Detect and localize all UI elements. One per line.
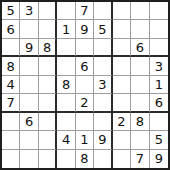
cell-r2c6[interactable]: 5: [94, 20, 112, 38]
cell-r4c3[interactable]: [39, 57, 57, 75]
cell-r8c4[interactable]: 4: [57, 131, 75, 149]
cell-r7c3[interactable]: [39, 113, 57, 131]
cell-r5c8[interactable]: [131, 76, 149, 94]
cell-r8c2[interactable]: [20, 131, 38, 149]
cell-r7c6[interactable]: [94, 113, 112, 131]
cell-r5c7[interactable]: [113, 76, 131, 94]
cell-r9c7[interactable]: [113, 150, 131, 168]
cell-r7c8[interactable]: 8: [131, 113, 149, 131]
cell-r8c3[interactable]: [39, 131, 57, 149]
cell-r6c7[interactable]: [113, 94, 131, 112]
cell-r1c6[interactable]: [94, 2, 112, 20]
cell-r2c8[interactable]: [131, 20, 149, 38]
cell-r5c3[interactable]: [39, 76, 57, 94]
cell-r3c5[interactable]: [76, 39, 94, 57]
cell-r6c2[interactable]: [20, 94, 38, 112]
cell-r6c8[interactable]: [131, 94, 149, 112]
cell-r4c5[interactable]: 6: [76, 57, 94, 75]
cell-r1c8[interactable]: [131, 2, 149, 20]
cell-r5c2[interactable]: [20, 76, 38, 94]
cell-r2c9[interactable]: [150, 20, 168, 38]
cell-r2c5[interactable]: 9: [76, 20, 94, 38]
cell-r6c6[interactable]: [94, 94, 112, 112]
cell-r8c6[interactable]: 9: [94, 131, 112, 149]
cell-r9c6[interactable]: [94, 150, 112, 168]
cell-r8c9[interactable]: 5: [150, 131, 168, 149]
cell-r1c9[interactable]: [150, 2, 168, 20]
cell-r9c4[interactable]: [57, 150, 75, 168]
cell-r2c7[interactable]: [113, 20, 131, 38]
cell-r5c9[interactable]: 1: [150, 76, 168, 94]
cell-r1c4[interactable]: [57, 2, 75, 20]
cell-r3c8[interactable]: 6: [131, 39, 149, 57]
cell-r9c5[interactable]: 8: [76, 150, 94, 168]
cell-r7c1[interactable]: [2, 113, 20, 131]
cell-r3c9[interactable]: [150, 39, 168, 57]
cell-r6c5[interactable]: 2: [76, 94, 94, 112]
cell-r4c4[interactable]: [57, 57, 75, 75]
cell-r9c3[interactable]: [39, 150, 57, 168]
cell-r4c8[interactable]: [131, 57, 149, 75]
cell-r9c1[interactable]: [2, 150, 20, 168]
cell-r5c4[interactable]: 8: [57, 76, 75, 94]
cell-r8c7[interactable]: [113, 131, 131, 149]
cell-r4c2[interactable]: [20, 57, 38, 75]
cell-r6c4[interactable]: [57, 94, 75, 112]
cell-r2c2[interactable]: [20, 20, 38, 38]
cell-r7c2[interactable]: 6: [20, 113, 38, 131]
cell-r4c6[interactable]: [94, 57, 112, 75]
cell-r7c4[interactable]: [57, 113, 75, 131]
cell-r1c5[interactable]: 7: [76, 2, 94, 20]
cell-r8c8[interactable]: [131, 131, 149, 149]
cell-r3c2[interactable]: 9: [20, 39, 38, 57]
cell-r1c1[interactable]: 5: [2, 2, 20, 20]
cell-r4c9[interactable]: 3: [150, 57, 168, 75]
cell-r1c2[interactable]: 3: [20, 2, 38, 20]
cell-r8c5[interactable]: 1: [76, 131, 94, 149]
cell-r2c1[interactable]: 6: [2, 20, 20, 38]
cell-r4c1[interactable]: 8: [2, 57, 20, 75]
cell-r6c9[interactable]: 6: [150, 94, 168, 112]
cell-r5c5[interactable]: [76, 76, 94, 94]
cell-r1c7[interactable]: [113, 2, 131, 20]
cell-r5c1[interactable]: 4: [2, 76, 20, 94]
sudoku-board: 537619598686348317266284195879: [0, 0, 170, 170]
cell-r1c3[interactable]: [39, 2, 57, 20]
cell-r7c5[interactable]: [76, 113, 94, 131]
cell-r3c4[interactable]: [57, 39, 75, 57]
cell-r2c3[interactable]: [39, 20, 57, 38]
cell-r4c7[interactable]: [113, 57, 131, 75]
cell-r9c9[interactable]: 9: [150, 150, 168, 168]
cell-r3c1[interactable]: [2, 39, 20, 57]
cell-r6c1[interactable]: 7: [2, 94, 20, 112]
cell-r9c8[interactable]: 7: [131, 150, 149, 168]
cell-r6c3[interactable]: [39, 94, 57, 112]
cell-r9c2[interactable]: [20, 150, 38, 168]
cell-r7c7[interactable]: 2: [113, 113, 131, 131]
cell-r5c6[interactable]: 3: [94, 76, 112, 94]
cell-r8c1[interactable]: [2, 131, 20, 149]
cell-r3c3[interactable]: 8: [39, 39, 57, 57]
cell-r3c6[interactable]: [94, 39, 112, 57]
cell-r3c7[interactable]: [113, 39, 131, 57]
cell-r7c9[interactable]: [150, 113, 168, 131]
cell-r2c4[interactable]: 1: [57, 20, 75, 38]
